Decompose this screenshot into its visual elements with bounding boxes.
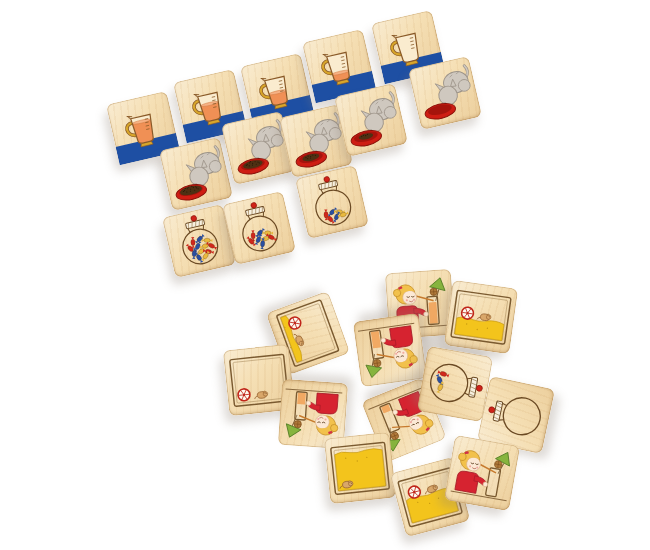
drink-icon [444,435,520,511]
tile-jar-2[interactable] [222,191,296,265]
tile-cage-1[interactable] [324,432,397,505]
drink-icon [353,313,428,388]
jar-icon [295,165,369,239]
tile-cat-5[interactable] [408,56,482,130]
jar-icon [417,346,493,422]
tile-cage-3[interactable] [444,280,519,355]
cat-icon [159,137,233,211]
cage-icon [324,432,397,505]
tile-jar-3[interactable] [295,165,369,239]
cat-icon [408,56,482,130]
tile-drink-2[interactable] [353,313,428,388]
photo-canvas [0,0,650,550]
tile-drink-5[interactable] [444,435,520,511]
tile-jar-4[interactable] [417,346,493,422]
jar-icon [222,191,296,265]
cage-icon [444,280,519,355]
tile-cat-4[interactable] [334,83,408,157]
cat-icon [334,83,408,157]
tile-cat-1[interactable] [159,137,233,211]
